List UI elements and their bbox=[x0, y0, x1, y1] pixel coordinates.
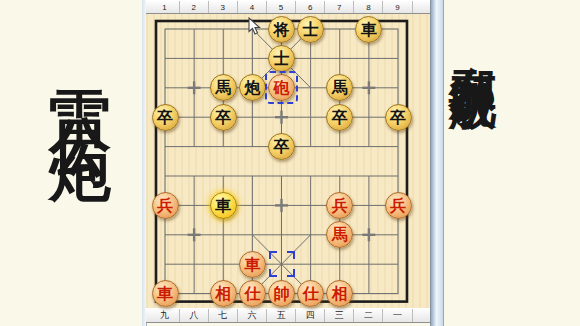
piece-red-仕[interactable]: 仕 bbox=[239, 280, 266, 307]
piece-black-将[interactable]: 将 bbox=[268, 16, 295, 43]
column-label-top: 2 bbox=[180, 1, 209, 13]
mouse-cursor-icon bbox=[248, 17, 261, 36]
selection-box bbox=[265, 71, 298, 104]
column-label-bottom: 一 bbox=[384, 309, 413, 322]
piece-red-相[interactable]: 相 bbox=[210, 280, 237, 307]
piece-black-炮[interactable]: 炮 bbox=[239, 74, 266, 101]
column-label-bottom: 二 bbox=[354, 309, 383, 322]
column-labels-top: 123456789 bbox=[146, 0, 442, 14]
piece-black-卒[interactable]: 卒 bbox=[210, 104, 237, 131]
column-label-top: 7 bbox=[325, 1, 354, 13]
piece-red-兵[interactable]: 兵 bbox=[385, 192, 412, 219]
piece-black-卒[interactable]: 卒 bbox=[268, 133, 295, 160]
piece-black-車[interactable]: 車 bbox=[355, 16, 382, 43]
piece-black-士[interactable]: 士 bbox=[268, 45, 295, 72]
right-banner-title: 东邪解说版 bbox=[450, 28, 497, 53]
piece-black-卒[interactable]: 卒 bbox=[326, 104, 353, 131]
piece-black-車[interactable]: 車 bbox=[210, 192, 237, 219]
move-target-corner-icon bbox=[269, 251, 277, 259]
column-label-bottom: 五 bbox=[267, 309, 296, 322]
column-label-top: 9 bbox=[384, 1, 413, 13]
piece-black-卒[interactable]: 卒 bbox=[385, 104, 412, 131]
column-label-bottom: 六 bbox=[238, 309, 267, 322]
column-label-bottom: 七 bbox=[209, 309, 238, 322]
move-target-corner-icon bbox=[287, 251, 295, 259]
window-edge-right bbox=[430, 0, 444, 326]
column-label-top: 8 bbox=[354, 1, 383, 13]
stage: 雷公炮 123456789 九八七六五四三二一 将士車士馬炮砲馬卒卒卒卒卒兵車兵… bbox=[0, 0, 580, 326]
piece-red-帥[interactable]: 帥 bbox=[268, 280, 295, 307]
column-label-bottom: 九 bbox=[151, 309, 180, 322]
column-label-bottom: 三 bbox=[325, 309, 354, 322]
move-target-corner-icon bbox=[287, 269, 295, 277]
column-label-top: 1 bbox=[151, 1, 180, 13]
piece-black-士[interactable]: 士 bbox=[297, 16, 324, 43]
piece-black-馬[interactable]: 馬 bbox=[210, 74, 237, 101]
column-label-top: 3 bbox=[209, 1, 238, 13]
column-label-bottom: 四 bbox=[296, 309, 325, 322]
piece-red-兵[interactable]: 兵 bbox=[326, 192, 353, 219]
column-labels-bottom: 九八七六五四三二一 bbox=[146, 308, 442, 323]
piece-red-車[interactable]: 車 bbox=[239, 251, 266, 278]
column-label-top: 5 bbox=[267, 1, 296, 13]
piece-black-卒[interactable]: 卒 bbox=[152, 104, 179, 131]
left-banner-title: 雷公炮 bbox=[49, 40, 111, 118]
move-target-corner-icon bbox=[269, 269, 277, 277]
column-label-top: 4 bbox=[238, 1, 267, 13]
column-label-bottom: 八 bbox=[180, 309, 209, 322]
piece-red-兵[interactable]: 兵 bbox=[152, 192, 179, 219]
piece-red-車[interactable]: 車 bbox=[152, 280, 179, 307]
column-label-top: 6 bbox=[296, 1, 325, 13]
